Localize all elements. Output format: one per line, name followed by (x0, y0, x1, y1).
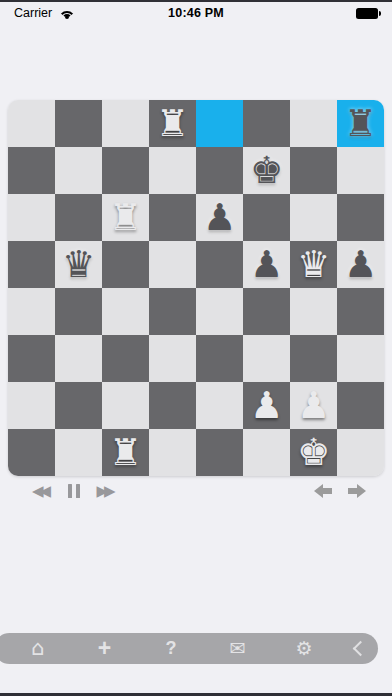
piece-wK-g1: ♚ (297, 434, 330, 471)
square-f8[interactable] (243, 100, 290, 147)
playback-controls: ◀◀ ▶▶ (0, 478, 392, 504)
battery-icon (356, 8, 378, 19)
piece-bK-f7: ♚ (250, 152, 283, 189)
square-e4[interactable] (196, 288, 243, 335)
square-g7[interactable] (290, 147, 337, 194)
rewind-icon: ◀◀ (32, 482, 51, 500)
playback-left-group: ◀◀ ▶▶ (32, 482, 116, 500)
square-g6[interactable] (290, 194, 337, 241)
square-e6[interactable]: ♟ (196, 194, 243, 241)
piece-bQ-b5: ♛ (62, 246, 95, 283)
toolbar-main-icons: ⌂ + ? ✉ ⚙ (0, 633, 344, 664)
square-f4[interactable] (243, 288, 290, 335)
settings-button[interactable]: ⚙ (290, 633, 318, 664)
square-h8[interactable]: ♜ (337, 100, 384, 147)
square-g2[interactable]: ♟ (290, 382, 337, 429)
gear-icon: ⚙ (295, 637, 312, 659)
square-g8[interactable] (290, 100, 337, 147)
piece-wR-c6: ♜ (109, 199, 142, 236)
square-f5[interactable]: ♟ (243, 241, 290, 288)
square-c2[interactable] (102, 382, 149, 429)
fast-forward-icon: ▶▶ (97, 482, 116, 500)
piece-wR-c1: ♜ (109, 434, 142, 471)
square-h3[interactable] (337, 335, 384, 382)
previous-move-button[interactable] (314, 484, 332, 498)
square-b2[interactable] (55, 382, 102, 429)
square-g4[interactable] (290, 288, 337, 335)
square-b5[interactable]: ♛ (55, 241, 102, 288)
square-a6[interactable] (8, 194, 55, 241)
square-h5[interactable]: ♟ (337, 241, 384, 288)
playback-right-group (314, 484, 366, 498)
pause-icon (68, 484, 80, 498)
square-b7[interactable] (55, 147, 102, 194)
square-e2[interactable] (196, 382, 243, 429)
piece-wP-g2: ♟ (297, 387, 330, 424)
square-f6[interactable] (243, 194, 290, 241)
wifi-icon (58, 8, 75, 19)
piece-wR-d8: ♜ (156, 105, 189, 142)
square-d3[interactable] (149, 335, 196, 382)
square-b4[interactable] (55, 288, 102, 335)
piece-wQ-g5: ♛ (297, 246, 330, 283)
square-h7[interactable] (337, 147, 384, 194)
square-c1[interactable]: ♜ (102, 429, 149, 476)
help-button[interactable]: ? (157, 633, 185, 664)
square-c8[interactable] (102, 100, 149, 147)
square-a2[interactable] (8, 382, 55, 429)
square-g1[interactable]: ♚ (290, 429, 337, 476)
piece-bP-h5: ♟ (344, 246, 377, 283)
square-d7[interactable] (149, 147, 196, 194)
question-mark-icon: ? (166, 638, 177, 658)
square-d8[interactable]: ♜ (149, 100, 196, 147)
arrow-right-icon (357, 484, 366, 498)
square-g3[interactable] (290, 335, 337, 382)
square-b6[interactable] (55, 194, 102, 241)
home-icon: ⌂ (31, 636, 44, 660)
square-h4[interactable] (337, 288, 384, 335)
square-f3[interactable] (243, 335, 290, 382)
square-e8[interactable] (196, 100, 243, 147)
chevron-left-icon (352, 641, 368, 657)
square-e7[interactable] (196, 147, 243, 194)
square-c5[interactable] (102, 241, 149, 288)
add-button[interactable]: + (91, 633, 119, 664)
square-d4[interactable] (149, 288, 196, 335)
square-a3[interactable] (8, 335, 55, 382)
square-a1[interactable] (8, 429, 55, 476)
arrow-left-icon (314, 484, 323, 498)
square-d2[interactable] (149, 382, 196, 429)
square-h2[interactable] (337, 382, 384, 429)
screen-top-edge (0, 0, 392, 2)
bottom-toolbar: ⌂ + ? ✉ ⚙ (0, 633, 378, 664)
square-e3[interactable] (196, 335, 243, 382)
square-e5[interactable] (196, 241, 243, 288)
square-h1[interactable] (337, 429, 384, 476)
square-d5[interactable] (149, 241, 196, 288)
square-f7[interactable]: ♚ (243, 147, 290, 194)
home-button[interactable]: ⌂ (24, 633, 52, 664)
square-b8[interactable] (55, 100, 102, 147)
carrier-label: Carrier (14, 6, 52, 20)
square-f1[interactable] (243, 429, 290, 476)
square-e1[interactable] (196, 429, 243, 476)
rewind-button[interactable]: ◀◀ (32, 482, 51, 500)
plus-icon: + (98, 635, 111, 661)
square-g5[interactable]: ♛ (290, 241, 337, 288)
piece-wP-f2: ♟ (250, 387, 283, 424)
square-c4[interactable] (102, 288, 149, 335)
envelope-icon: ✉ (230, 637, 246, 659)
chess-board[interactable]: ♜♜♚♜♟♛♟♛♟♟♟♜♚ (8, 100, 384, 476)
square-b3[interactable] (55, 335, 102, 382)
square-c7[interactable] (102, 147, 149, 194)
next-move-button[interactable] (348, 484, 366, 498)
square-a4[interactable] (8, 288, 55, 335)
piece-bP-f5: ♟ (250, 246, 283, 283)
pause-button[interactable] (68, 484, 80, 498)
status-bar: Carrier 10:46 PM (0, 2, 392, 24)
piece-bP-e6: ♟ (203, 199, 236, 236)
square-a5[interactable] (8, 241, 55, 288)
square-d1[interactable] (149, 429, 196, 476)
square-c6[interactable]: ♜ (102, 194, 149, 241)
fast-forward-button[interactable]: ▶▶ (97, 482, 116, 500)
mail-button[interactable]: ✉ (224, 633, 252, 664)
square-c3[interactable] (102, 335, 149, 382)
square-f2[interactable]: ♟ (243, 382, 290, 429)
square-d6[interactable] (149, 194, 196, 241)
square-b1[interactable] (55, 429, 102, 476)
square-a7[interactable] (8, 147, 55, 194)
carrier-group: Carrier (14, 6, 75, 20)
back-button[interactable] (344, 643, 378, 654)
square-h6[interactable] (337, 194, 384, 241)
piece-bR-h8: ♜ (344, 105, 377, 142)
square-a8[interactable] (8, 100, 55, 147)
